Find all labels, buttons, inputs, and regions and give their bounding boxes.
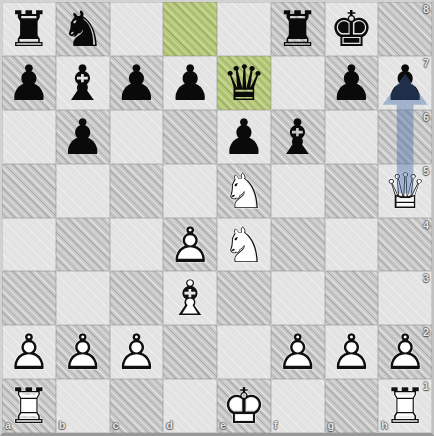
square-g3[interactable] xyxy=(325,271,379,325)
piece-outline-layer: ♔ xyxy=(217,379,271,433)
square-c1[interactable]: c xyxy=(110,379,164,433)
piece-black-rook[interactable]: ♜ xyxy=(2,2,56,56)
piece-outline-layer: ♙ xyxy=(271,325,325,379)
square-f7[interactable] xyxy=(271,56,325,110)
square-h4[interactable]: 4 xyxy=(378,218,432,272)
square-a1[interactable]: ♜♖a xyxy=(2,379,56,433)
piece-outline-layer: ♙ xyxy=(325,325,379,379)
square-h5[interactable]: ♛♕5 xyxy=(378,164,432,218)
piece-outline-layer: ♘ xyxy=(217,164,271,218)
square-g7[interactable]: ♟ xyxy=(325,56,379,110)
piece-white-pawn[interactable]: ♟♙ xyxy=(110,325,164,379)
square-f3[interactable] xyxy=(271,271,325,325)
piece-black-queen[interactable]: ♛ xyxy=(217,56,271,110)
piece-white-bishop[interactable]: ♝♗ xyxy=(163,271,217,325)
piece-black-bishop[interactable]: ♝ xyxy=(56,56,110,110)
square-d3[interactable]: ♝♗ xyxy=(163,271,217,325)
square-e2[interactable] xyxy=(217,325,271,379)
square-b1[interactable]: b xyxy=(56,379,110,433)
square-c5[interactable] xyxy=(110,164,164,218)
piece-outline-layer: ♙ xyxy=(163,218,217,272)
square-f1[interactable]: f xyxy=(271,379,325,433)
square-h3[interactable]: 3 xyxy=(378,271,432,325)
piece-black-king[interactable]: ♚ xyxy=(325,2,379,56)
square-d2[interactable] xyxy=(163,325,217,379)
square-h6[interactable]: 6 xyxy=(378,110,432,164)
square-b3[interactable] xyxy=(56,271,110,325)
square-b2[interactable]: ♟♙ xyxy=(56,325,110,379)
square-a5[interactable] xyxy=(2,164,56,218)
square-a6[interactable] xyxy=(2,110,56,164)
square-d6[interactable] xyxy=(163,110,217,164)
piece-white-pawn[interactable]: ♟♙ xyxy=(271,325,325,379)
square-c8[interactable] xyxy=(110,2,164,56)
square-e3[interactable] xyxy=(217,271,271,325)
file-label-g: g xyxy=(328,420,335,431)
piece-outline-layer: ♙ xyxy=(378,325,432,379)
rank-label-6: 6 xyxy=(423,112,429,123)
square-a8[interactable]: ♜ xyxy=(2,2,56,56)
square-f8[interactable]: ♜ xyxy=(271,2,325,56)
piece-white-knight[interactable]: ♞♘ xyxy=(217,218,271,272)
square-b8[interactable]: ♞ xyxy=(56,2,110,56)
square-d7[interactable]: ♟ xyxy=(163,56,217,110)
square-a4[interactable] xyxy=(2,218,56,272)
square-c4[interactable] xyxy=(110,218,164,272)
file-label-d: d xyxy=(166,420,173,431)
square-c3[interactable] xyxy=(110,271,164,325)
file-label-c: c xyxy=(113,420,119,431)
square-g8[interactable]: ♚ xyxy=(325,2,379,56)
piece-white-pawn[interactable]: ♟♙ xyxy=(2,325,56,379)
piece-black-pawn[interactable]: ♟ xyxy=(56,110,110,164)
square-d5[interactable] xyxy=(163,164,217,218)
square-f2[interactable]: ♟♙ xyxy=(271,325,325,379)
piece-white-queen[interactable]: ♛♕ xyxy=(378,164,432,218)
piece-outline-layer: ♙ xyxy=(56,325,110,379)
piece-white-rook[interactable]: ♜♖ xyxy=(378,379,432,433)
square-e4[interactable]: ♞♘ xyxy=(217,218,271,272)
piece-black-pawn[interactable]: ♟ xyxy=(217,110,271,164)
piece-white-pawn[interactable]: ♟♙ xyxy=(325,325,379,379)
piece-outline-layer: ♗ xyxy=(163,271,217,325)
square-b7[interactable]: ♝ xyxy=(56,56,110,110)
square-f4[interactable] xyxy=(271,218,325,272)
square-f6[interactable]: ♝ xyxy=(271,110,325,164)
piece-black-bishop[interactable]: ♝ xyxy=(271,110,325,164)
square-b5[interactable] xyxy=(56,164,110,218)
piece-black-knight[interactable]: ♞ xyxy=(56,2,110,56)
rank-label-4: 4 xyxy=(423,220,429,231)
square-d4[interactable]: ♟♙ xyxy=(163,218,217,272)
square-e8[interactable] xyxy=(217,2,271,56)
square-a7[interactable]: ♟ xyxy=(2,56,56,110)
rank-label-3: 3 xyxy=(423,273,429,284)
square-h7[interactable]: ♟7 xyxy=(378,56,432,110)
piece-outline-layer: ♙ xyxy=(2,325,56,379)
piece-outline-layer: ♕ xyxy=(378,164,432,218)
square-d1[interactable]: d xyxy=(163,379,217,433)
square-a3[interactable] xyxy=(2,271,56,325)
piece-outline-layer: ♖ xyxy=(378,379,432,433)
square-h2[interactable]: ♟♙2 xyxy=(378,325,432,379)
square-h1[interactable]: ♜♖h1 xyxy=(378,379,432,433)
rank-label-8: 8 xyxy=(423,4,429,15)
piece-black-pawn[interactable]: ♟ xyxy=(110,56,164,110)
square-e1[interactable]: ♚♔e xyxy=(217,379,271,433)
piece-outline-layer: ♖ xyxy=(2,379,56,433)
file-label-f: f xyxy=(274,420,278,431)
piece-white-pawn[interactable]: ♟♙ xyxy=(56,325,110,379)
board-grid: ♜♞♜♚8♟♝♟♟♛♟♟7♟♟♝6♞♘♛♕5♟♙♞♘4♝♗3♟♙♟♙♟♙♟♙♟♙… xyxy=(2,2,432,433)
square-c2[interactable]: ♟♙ xyxy=(110,325,164,379)
square-h8[interactable]: 8 xyxy=(378,2,432,56)
square-b4[interactable] xyxy=(56,218,110,272)
chess-board: ♜♞♜♚8♟♝♟♟♛♟♟7♟♟♝6♞♘♛♕5♟♙♞♘4♝♗3♟♙♟♙♟♙♟♙♟♙… xyxy=(0,0,434,436)
piece-white-king[interactable]: ♚♔ xyxy=(217,379,271,433)
piece-white-pawn[interactable]: ♟♙ xyxy=(163,218,217,272)
square-g5[interactable] xyxy=(325,164,379,218)
square-c6[interactable] xyxy=(110,110,164,164)
square-e7[interactable]: ♛ xyxy=(217,56,271,110)
square-a2[interactable]: ♟♙ xyxy=(2,325,56,379)
piece-black-pawn[interactable]: ♟ xyxy=(378,56,432,110)
square-g2[interactable]: ♟♙ xyxy=(325,325,379,379)
square-g6[interactable] xyxy=(325,110,379,164)
piece-black-pawn[interactable]: ♟ xyxy=(163,56,217,110)
square-g4[interactable] xyxy=(325,218,379,272)
square-g1[interactable]: g xyxy=(325,379,379,433)
piece-white-knight[interactable]: ♞♘ xyxy=(217,164,271,218)
square-d8[interactable] xyxy=(163,2,217,56)
piece-white-pawn[interactable]: ♟♙ xyxy=(378,325,432,379)
square-e5[interactable]: ♞♘ xyxy=(217,164,271,218)
square-b6[interactable]: ♟ xyxy=(56,110,110,164)
piece-outline-layer: ♘ xyxy=(217,218,271,272)
piece-black-pawn[interactable]: ♟ xyxy=(325,56,379,110)
piece-black-rook[interactable]: ♜ xyxy=(271,2,325,56)
file-label-b: b xyxy=(59,420,66,431)
piece-white-rook[interactable]: ♜♖ xyxy=(2,379,56,433)
square-e6[interactable]: ♟ xyxy=(217,110,271,164)
square-f5[interactable] xyxy=(271,164,325,218)
piece-outline-layer: ♙ xyxy=(110,325,164,379)
square-c7[interactable]: ♟ xyxy=(110,56,164,110)
piece-black-pawn[interactable]: ♟ xyxy=(2,56,56,110)
